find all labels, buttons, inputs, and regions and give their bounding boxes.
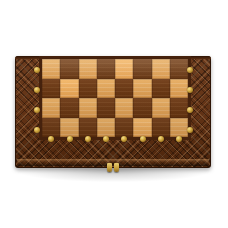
stud-bottom-3 [85,136,91,142]
stud-right-2 [187,87,193,93]
chess-box [15,56,211,168]
board-square-r2c1 [42,79,60,99]
board-square-r1c4 [97,59,115,79]
board-square-r2c4 [97,79,115,99]
board-square-r2c8 [170,79,188,99]
board-square-r4c8 [170,118,188,138]
stud-bottom-2 [67,136,73,142]
product-photo [0,0,228,228]
board-square-r3c5 [115,98,133,118]
stud-right-4 [187,127,193,133]
stud-bottom-6 [140,136,146,142]
stud-right-3 [187,107,193,113]
stud-bottom-5 [121,136,127,142]
board-square-r4c3 [79,118,97,138]
stud-left-3 [34,107,40,113]
board-square-r3c6 [133,98,151,118]
board-square-r1c2 [60,59,78,79]
chess-board [42,59,188,137]
board-square-r1c7 [152,59,170,79]
board-square-r1c5 [115,59,133,79]
stud-bottom-1 [48,136,54,142]
board-square-r3c3 [79,98,97,118]
clasp-right-nub [114,163,119,172]
stud-left-4 [34,127,40,133]
board-square-r3c7 [152,98,170,118]
board-square-r4c2 [60,118,78,138]
board-square-r4c1 [42,118,60,138]
clasp-left-nub [107,163,112,172]
board-square-r4c6 [133,118,151,138]
board-square-r2c5 [115,79,133,99]
stud-right-1 [187,67,193,73]
board-square-r2c6 [133,79,151,99]
stud-left-2 [34,87,40,93]
board-square-r3c1 [42,98,60,118]
board-square-r1c6 [133,59,151,79]
board-square-r4c5 [115,118,133,138]
stud-bottom-7 [158,136,164,142]
board-square-r3c8 [170,98,188,118]
board-square-r1c1 [42,59,60,79]
board-square-r2c2 [60,79,78,99]
board-square-r2c7 [152,79,170,99]
board-square-r4c4 [97,118,115,138]
stud-left-1 [34,67,40,73]
stud-bottom-8 [176,136,182,142]
board-square-r4c7 [152,118,170,138]
stud-bottom-4 [103,136,109,142]
board-square-r1c3 [79,59,97,79]
board-square-r3c2 [60,98,78,118]
board-square-r2c3 [79,79,97,99]
brass-clasp [106,163,120,172]
board-square-r3c4 [97,98,115,118]
board-square-r1c8 [170,59,188,79]
